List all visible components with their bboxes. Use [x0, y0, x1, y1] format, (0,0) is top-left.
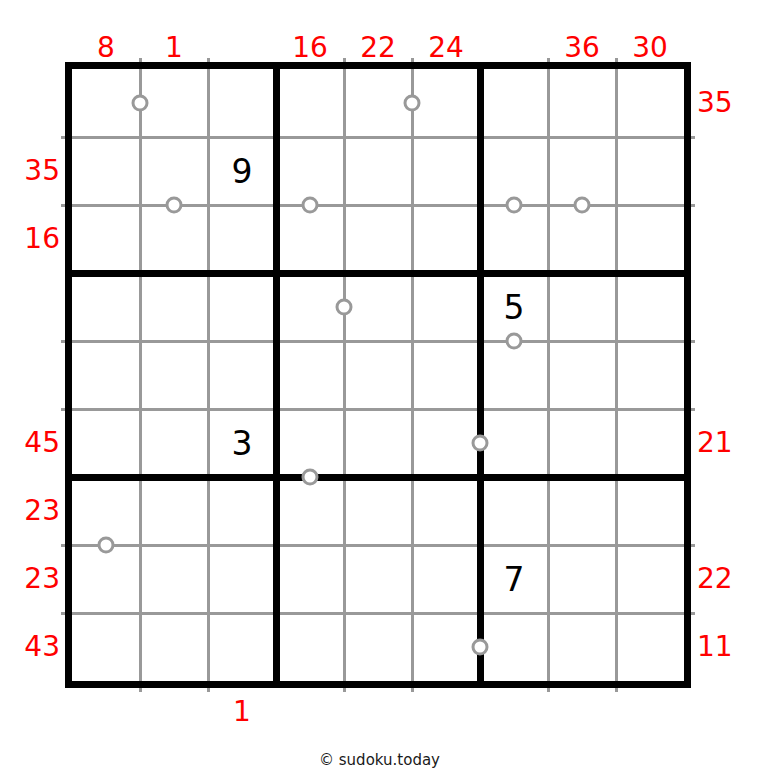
cell-r1c9[interactable]	[616, 69, 684, 137]
cell-r3c2[interactable]	[140, 205, 208, 273]
cell-r4c2[interactable]	[140, 273, 208, 341]
cell-r1c3[interactable]	[208, 69, 276, 137]
cell-r2c9[interactable]	[616, 137, 684, 205]
cell-r6c6[interactable]	[412, 409, 480, 477]
clue-top-c8: 36	[548, 32, 616, 64]
cell-r8c4[interactable]	[276, 545, 344, 613]
cell-r3c3[interactable]	[208, 205, 276, 273]
cell-r9c3[interactable]	[208, 613, 276, 681]
cell-r6c9[interactable]	[616, 409, 684, 477]
cell-r7c8[interactable]	[548, 477, 616, 545]
cell-r1c8[interactable]	[548, 69, 616, 137]
cell-r9c1[interactable]	[72, 613, 140, 681]
clue-left-r9: 43	[2, 613, 60, 681]
cell-r5c9[interactable]	[616, 341, 684, 409]
consecutive-dot-8	[506, 333, 523, 350]
cell-r2c1[interactable]	[72, 137, 140, 205]
consecutive-dot-5	[506, 197, 523, 214]
cell-r1c2[interactable]	[140, 69, 208, 137]
clue-left-r7: 23	[2, 477, 60, 545]
clue-left-r2: 35	[2, 137, 60, 205]
cell-r3c4[interactable]	[276, 205, 344, 273]
cell-r5c8[interactable]	[548, 341, 616, 409]
cell-r4c3[interactable]	[208, 273, 276, 341]
cell-r6c8[interactable]	[548, 409, 616, 477]
cell-r2c3[interactable]: 9	[208, 137, 276, 205]
cell-r7c7[interactable]	[480, 477, 548, 545]
cell-r4c7[interactable]: 5	[480, 273, 548, 341]
cell-r1c7[interactable]	[480, 69, 548, 137]
cell-r8c9[interactable]	[616, 545, 684, 613]
cell-r3c9[interactable]	[616, 205, 684, 273]
consecutive-dot-1	[132, 95, 149, 112]
cell-r2c7[interactable]	[480, 137, 548, 205]
clue-top-c5: 22	[344, 32, 412, 64]
cell-r7c6[interactable]	[412, 477, 480, 545]
cell-r8c7[interactable]: 7	[480, 545, 548, 613]
cell-r7c9[interactable]	[616, 477, 684, 545]
cell-r7c2[interactable]	[140, 477, 208, 545]
cell-r7c5[interactable]	[344, 477, 412, 545]
cell-r4c4[interactable]	[276, 273, 344, 341]
cell-r6c1[interactable]	[72, 409, 140, 477]
consecutive-dot-9	[472, 435, 489, 452]
cell-r4c5[interactable]	[344, 273, 412, 341]
clue-top-c1: 8	[72, 32, 140, 64]
clue-top-c9: 30	[616, 32, 684, 64]
cell-r1c5[interactable]	[344, 69, 412, 137]
cell-r3c6[interactable]	[412, 205, 480, 273]
puzzle-page: 9537 811622243630135164523234335212211 ©…	[0, 0, 759, 779]
cell-r4c9[interactable]	[616, 273, 684, 341]
clue-right-r9: 11	[697, 613, 757, 681]
clue-top-c6: 24	[412, 32, 480, 64]
consecutive-dot-7	[336, 299, 353, 316]
cell-r2c6[interactable]	[412, 137, 480, 205]
cell-r8c3[interactable]	[208, 545, 276, 613]
cell-r9c2[interactable]	[140, 613, 208, 681]
cell-r4c6[interactable]	[412, 273, 480, 341]
cell-r5c6[interactable]	[412, 341, 480, 409]
cell-r8c5[interactable]	[344, 545, 412, 613]
cell-r7c1[interactable]	[72, 477, 140, 545]
cell-r5c3[interactable]	[208, 341, 276, 409]
cell-r7c4[interactable]	[276, 477, 344, 545]
clue-left-r8: 23	[2, 545, 60, 613]
cell-r4c8[interactable]	[548, 273, 616, 341]
cell-r3c8[interactable]	[548, 205, 616, 273]
clue-bottom-c3: 1	[208, 696, 276, 728]
cell-r5c7[interactable]	[480, 341, 548, 409]
cell-r9c7[interactable]	[480, 613, 548, 681]
cell-r2c4[interactable]	[276, 137, 344, 205]
cell-r5c4[interactable]	[276, 341, 344, 409]
consecutive-dot-6	[574, 197, 591, 214]
cell-r8c8[interactable]	[548, 545, 616, 613]
cell-r6c4[interactable]	[276, 409, 344, 477]
consecutive-dot-11	[98, 537, 115, 554]
cell-r4c1[interactable]	[72, 273, 140, 341]
consecutive-dot-2	[404, 95, 421, 112]
clue-right-r1: 35	[697, 69, 757, 137]
cell-r3c1[interactable]	[72, 205, 140, 273]
cell-r6c3[interactable]: 3	[208, 409, 276, 477]
cell-r2c8[interactable]	[548, 137, 616, 205]
consecutive-dot-4	[302, 197, 319, 214]
cell-r3c7[interactable]	[480, 205, 548, 273]
clue-right-r8: 22	[697, 545, 757, 613]
cell-r1c4[interactable]	[276, 69, 344, 137]
cell-r9c8[interactable]	[548, 613, 616, 681]
cell-r9c5[interactable]	[344, 613, 412, 681]
cell-r9c6[interactable]	[412, 613, 480, 681]
cell-r2c2[interactable]	[140, 137, 208, 205]
cell-r9c9[interactable]	[616, 613, 684, 681]
footer-credit: © sudoku.today	[0, 751, 759, 769]
cell-r5c5[interactable]	[344, 341, 412, 409]
cell-r9c4[interactable]	[276, 613, 344, 681]
cell-r1c6[interactable]	[412, 69, 480, 137]
cell-r2c5[interactable]	[344, 137, 412, 205]
clue-top-c4: 16	[276, 32, 344, 64]
consecutive-dot-3	[166, 197, 183, 214]
board-border-right	[684, 62, 691, 688]
sudoku-board: 9537	[65, 62, 691, 688]
consecutive-dot-10	[302, 469, 319, 486]
board-border-left	[65, 62, 72, 688]
board-border-bottom	[65, 681, 691, 688]
cell-r6c2[interactable]	[140, 409, 208, 477]
cell-r1c1[interactable]	[72, 69, 140, 137]
clue-top-c2: 1	[140, 32, 208, 64]
cell-r6c5[interactable]	[344, 409, 412, 477]
cell-r5c2[interactable]	[140, 341, 208, 409]
cell-r7c3[interactable]	[208, 477, 276, 545]
cell-r8c6[interactable]	[412, 545, 480, 613]
clue-left-r6: 45	[2, 409, 60, 477]
clue-left-r3: 16	[2, 205, 60, 273]
cell-r6c7[interactable]	[480, 409, 548, 477]
clue-right-r6: 21	[697, 409, 757, 477]
consecutive-dot-12	[472, 639, 489, 656]
cell-r3c5[interactable]	[344, 205, 412, 273]
cell-r8c2[interactable]	[140, 545, 208, 613]
cell-r8c1[interactable]	[72, 545, 140, 613]
cell-r5c1[interactable]	[72, 341, 140, 409]
